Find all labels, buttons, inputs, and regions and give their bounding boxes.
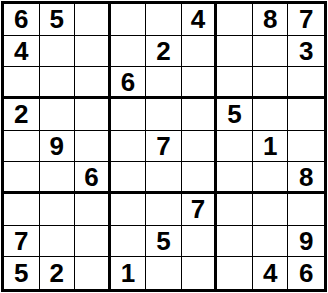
- cell-r3c9[interactable]: [288, 67, 324, 99]
- cell-r1c3[interactable]: [75, 4, 111, 36]
- cell-r5c6[interactable]: [182, 131, 218, 163]
- cell-r7c8[interactable]: [253, 194, 289, 226]
- cell-r2c7[interactable]: [217, 36, 253, 68]
- given-digit-r8c9[interactable]: 9: [288, 226, 324, 258]
- cell-r4c6[interactable]: [182, 99, 218, 131]
- sudoku-page: 6548742362597168775952146: [0, 0, 328, 293]
- cell-r3c7[interactable]: [217, 67, 253, 99]
- cell-r2c8[interactable]: [253, 36, 289, 68]
- cell-r7c4[interactable]: [111, 194, 147, 226]
- cell-r1c4[interactable]: [111, 4, 147, 36]
- given-digit-r1c6[interactable]: 4: [182, 4, 218, 36]
- cell-r4c4[interactable]: [111, 99, 147, 131]
- cell-r5c7[interactable]: [217, 131, 253, 163]
- given-digit-r2c1[interactable]: 4: [4, 36, 40, 68]
- cell-r1c7[interactable]: [217, 4, 253, 36]
- given-digit-r4c1[interactable]: 2: [4, 99, 40, 131]
- cell-r4c5[interactable]: [146, 99, 182, 131]
- cell-r8c6[interactable]: [182, 226, 218, 258]
- cell-r8c7[interactable]: [217, 226, 253, 258]
- given-digit-r9c2[interactable]: 2: [40, 257, 76, 289]
- cell-r3c3[interactable]: [75, 67, 111, 99]
- cell-r2c2[interactable]: [40, 36, 76, 68]
- given-digit-r1c2[interactable]: 5: [40, 4, 76, 36]
- cell-r6c5[interactable]: [146, 162, 182, 194]
- cell-r9c3[interactable]: [75, 257, 111, 289]
- cell-r4c3[interactable]: [75, 99, 111, 131]
- cell-r9c6[interactable]: [182, 257, 218, 289]
- cell-r6c8[interactable]: [253, 162, 289, 194]
- cell-r2c3[interactable]: [75, 36, 111, 68]
- sudoku-board: 6548742362597168775952146: [1, 1, 327, 292]
- given-digit-r9c4[interactable]: 1: [111, 257, 147, 289]
- cell-r4c8[interactable]: [253, 99, 289, 131]
- cell-r6c7[interactable]: [217, 162, 253, 194]
- given-digit-r7c6[interactable]: 7: [182, 194, 218, 226]
- cell-r7c2[interactable]: [40, 194, 76, 226]
- cell-r3c5[interactable]: [146, 67, 182, 99]
- given-digit-r1c1[interactable]: 6: [4, 4, 40, 36]
- cell-r6c4[interactable]: [111, 162, 147, 194]
- given-digit-r2c5[interactable]: 2: [146, 36, 182, 68]
- given-digit-r9c8[interactable]: 4: [253, 257, 289, 289]
- given-digit-r1c8[interactable]: 8: [253, 4, 289, 36]
- cell-r1c5[interactable]: [146, 4, 182, 36]
- cell-r9c7[interactable]: [217, 257, 253, 289]
- cell-r5c4[interactable]: [111, 131, 147, 163]
- cell-r7c3[interactable]: [75, 194, 111, 226]
- given-digit-r5c5[interactable]: 7: [146, 131, 182, 163]
- given-digit-r5c8[interactable]: 1: [253, 131, 289, 163]
- given-digit-r6c3[interactable]: 6: [75, 162, 111, 194]
- cell-r3c8[interactable]: [253, 67, 289, 99]
- cell-r9c5[interactable]: [146, 257, 182, 289]
- cell-r8c4[interactable]: [111, 226, 147, 258]
- cell-r2c6[interactable]: [182, 36, 218, 68]
- cell-r2c4[interactable]: [111, 36, 147, 68]
- given-digit-r9c9[interactable]: 6: [288, 257, 324, 289]
- cell-r8c3[interactable]: [75, 226, 111, 258]
- cell-r5c9[interactable]: [288, 131, 324, 163]
- cell-r4c9[interactable]: [288, 99, 324, 131]
- given-digit-r1c9[interactable]: 7: [288, 4, 324, 36]
- given-digit-r4c7[interactable]: 5: [217, 99, 253, 131]
- cell-r7c7[interactable]: [217, 194, 253, 226]
- cell-r3c1[interactable]: [4, 67, 40, 99]
- cell-r5c1[interactable]: [4, 131, 40, 163]
- cell-r3c2[interactable]: [40, 67, 76, 99]
- given-digit-r8c5[interactable]: 5: [146, 226, 182, 258]
- cell-r3c6[interactable]: [182, 67, 218, 99]
- cell-r7c5[interactable]: [146, 194, 182, 226]
- cell-r6c2[interactable]: [40, 162, 76, 194]
- given-digit-r6c9[interactable]: 8: [288, 162, 324, 194]
- cell-r7c1[interactable]: [4, 194, 40, 226]
- cell-r8c8[interactable]: [253, 226, 289, 258]
- cell-r8c2[interactable]: [40, 226, 76, 258]
- given-digit-r3c4[interactable]: 6: [111, 67, 147, 99]
- given-digit-r2c9[interactable]: 3: [288, 36, 324, 68]
- cell-r6c1[interactable]: [4, 162, 40, 194]
- given-digit-r8c1[interactable]: 7: [4, 226, 40, 258]
- cell-r7c9[interactable]: [288, 194, 324, 226]
- cell-r6c6[interactable]: [182, 162, 218, 194]
- given-digit-r5c2[interactable]: 9: [40, 131, 76, 163]
- given-digit-r9c1[interactable]: 5: [4, 257, 40, 289]
- cell-r4c2[interactable]: [40, 99, 76, 131]
- cell-r5c3[interactable]: [75, 131, 111, 163]
